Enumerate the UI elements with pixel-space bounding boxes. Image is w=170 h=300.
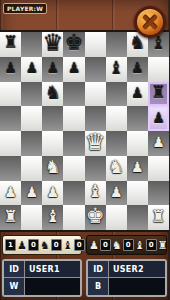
square-b2[interactable]: ♟ — [21, 181, 42, 206]
square-e8[interactable] — [85, 32, 106, 57]
square-h6[interactable]: ♜ — [148, 82, 169, 107]
square-b8[interactable] — [21, 32, 42, 57]
square-f6[interactable] — [106, 82, 127, 107]
white-pawn-b2[interactable]: ♟ — [25, 185, 38, 199]
right-tray-count-pawn: 0 — [100, 239, 111, 251]
square-g5[interactable] — [127, 106, 148, 131]
square-a1[interactable]: ♜ — [0, 205, 21, 230]
square-f5[interactable] — [106, 106, 127, 131]
chess-app-screen: PLAYER:W ♜♛♚♞♝♟♟♟♟♝♟♞♟♜♟♛♟♞♞♟♟♟♟♝♟♜♝♚♜ 1… — [0, 0, 169, 300]
black-king-d8[interactable]: ♚ — [65, 33, 84, 54]
shield-x-badge-button[interactable] — [134, 6, 166, 38]
square-c8[interactable]: ♛ — [42, 32, 63, 57]
square-a8[interactable]: ♜ — [0, 32, 21, 57]
left-tray-count-pawn: 1 — [5, 239, 16, 251]
captured-white-pieces-tray: ♟0♞0♝0♜0♛1 — [86, 235, 167, 255]
white-king-e1[interactable]: ♚ — [86, 206, 105, 227]
square-g3[interactable]: ♟ — [127, 156, 148, 181]
left-tray-count-bishop: 0 — [51, 239, 62, 251]
white-rook-icon: ♜ — [158, 240, 168, 251]
white-knight-icon: ♞ — [112, 240, 122, 251]
square-b7[interactable]: ♟ — [21, 57, 42, 82]
left-tray-count-rook: 0 — [74, 239, 85, 251]
square-e5[interactable] — [85, 106, 106, 131]
white-knight-c3[interactable]: ♞ — [45, 158, 61, 176]
right-tray-count-knight: 0 — [123, 239, 134, 251]
player2-id-label: ID — [88, 261, 109, 277]
square-g4[interactable] — [127, 131, 148, 156]
black-rook-h6[interactable]: ♜ — [151, 85, 165, 101]
white-pawn-h4[interactable]: ♟ — [152, 135, 165, 149]
player1-id-label: ID — [4, 261, 25, 277]
square-b3[interactable] — [21, 156, 42, 181]
black-pawn-a7[interactable]: ♟ — [4, 61, 17, 75]
captured-black-pieces-tray: 1♟0♞0♝0♜0♛ — [2, 235, 82, 255]
square-h4[interactable]: ♟ — [148, 131, 169, 156]
square-e6[interactable] — [85, 82, 106, 107]
white-pawn-icon: ♟ — [89, 240, 99, 251]
square-c2[interactable]: ♟ — [42, 181, 63, 206]
black-knight-icon: ♞ — [40, 240, 50, 251]
player2-name: USER2 — [109, 261, 165, 277]
white-pawn-a2[interactable]: ♟ — [4, 185, 17, 199]
white-rook-h1[interactable]: ♜ — [151, 209, 165, 225]
black-pawn-c7[interactable]: ♟ — [47, 61, 60, 75]
right-tray-count-bishop: 0 — [146, 239, 157, 251]
square-a7[interactable]: ♟ — [0, 57, 21, 82]
square-a6[interactable] — [0, 82, 21, 107]
player2-extra — [109, 278, 165, 295]
black-pawn-icon: ♟ — [17, 240, 27, 251]
black-knight-g8[interactable]: ♞ — [129, 34, 145, 52]
square-e7[interactable] — [85, 57, 106, 82]
square-d2[interactable] — [63, 181, 84, 206]
square-c4[interactable] — [42, 131, 63, 156]
white-bishop-e2[interactable]: ♝ — [87, 183, 102, 200]
square-a5[interactable] — [0, 106, 21, 131]
square-d4[interactable] — [63, 131, 84, 156]
square-f2[interactable]: ♟ — [106, 181, 127, 206]
square-f7[interactable]: ♝ — [106, 57, 127, 82]
black-knight-c6[interactable]: ♞ — [45, 84, 61, 102]
square-c3[interactable]: ♞ — [42, 156, 63, 181]
square-c6[interactable]: ♞ — [42, 82, 63, 107]
square-h1[interactable]: ♜ — [148, 205, 169, 230]
square-d6[interactable] — [63, 82, 84, 107]
black-pawn-g6[interactable]: ♟ — [131, 86, 144, 100]
square-e4[interactable]: ♛ — [85, 131, 106, 156]
square-c1[interactable]: ♝ — [42, 205, 63, 230]
square-d5[interactable] — [63, 106, 84, 131]
square-c5[interactable] — [42, 106, 63, 131]
square-d3[interactable] — [63, 156, 84, 181]
turn-indicator: PLAYER:W — [3, 3, 47, 14]
white-queen-e4[interactable]: ♛ — [85, 131, 106, 154]
black-rook-a8[interactable]: ♜ — [3, 35, 17, 51]
square-g2[interactable] — [127, 181, 148, 206]
square-d8[interactable]: ♚ — [63, 32, 84, 57]
white-bishop-c1[interactable]: ♝ — [45, 208, 60, 225]
square-e3[interactable] — [85, 156, 106, 181]
right-tray-count-rook: 0 — [169, 239, 170, 251]
square-b1[interactable] — [21, 205, 42, 230]
square-e2[interactable]: ♝ — [85, 181, 106, 206]
square-h5[interactable]: ♟ — [148, 106, 169, 131]
square-g1[interactable] — [127, 205, 148, 230]
square-a4[interactable] — [0, 131, 21, 156]
player1-color-badge: W — [4, 278, 25, 295]
player1-panel: ID USER1 W — [2, 259, 82, 297]
square-d7[interactable]: ♟ — [63, 57, 84, 82]
white-knight-f3[interactable]: ♞ — [108, 158, 124, 176]
square-g7[interactable]: ♟ — [127, 57, 148, 82]
black-pawn-h5[interactable]: ♟ — [152, 111, 165, 125]
square-b4[interactable] — [21, 131, 42, 156]
white-pawn-g3[interactable]: ♟ — [131, 160, 144, 174]
left-tray-count-knight: 0 — [28, 239, 39, 251]
chess-board: ♜♛♚♞♝♟♟♟♟♝♟♞♟♜♟♛♟♞♞♟♟♟♟♝♟♜♝♚♜ — [0, 30, 169, 232]
square-h3[interactable] — [148, 156, 169, 181]
player1-name: USER1 — [25, 261, 80, 277]
player2-color-badge: B — [88, 278, 109, 295]
square-g6[interactable]: ♟ — [127, 82, 148, 107]
square-a3[interactable] — [0, 156, 21, 181]
square-e1[interactable]: ♚ — [85, 205, 106, 230]
white-bishop-icon: ♝ — [135, 240, 145, 251]
square-h7[interactable] — [148, 57, 169, 82]
square-f4[interactable] — [106, 131, 127, 156]
square-c7[interactable]: ♟ — [42, 57, 63, 82]
square-h2[interactable] — [148, 181, 169, 206]
black-bishop-icon: ♝ — [63, 240, 73, 251]
black-bishop-f7[interactable]: ♝ — [109, 60, 124, 77]
white-pawn-f2[interactable]: ♟ — [110, 185, 123, 199]
black-pawn-d7[interactable]: ♟ — [68, 61, 81, 75]
square-f1[interactable] — [106, 205, 127, 230]
white-pawn-c2[interactable]: ♟ — [47, 185, 60, 199]
black-queen-c8[interactable]: ♛ — [43, 32, 64, 55]
square-f8[interactable] — [106, 32, 127, 57]
player1-extra — [25, 278, 80, 295]
black-pawn-b7[interactable]: ♟ — [25, 61, 38, 75]
square-d1[interactable] — [63, 205, 84, 230]
square-a2[interactable]: ♟ — [0, 181, 21, 206]
white-rook-a1[interactable]: ♜ — [3, 209, 17, 225]
square-b6[interactable] — [21, 82, 42, 107]
black-pawn-g7[interactable]: ♟ — [131, 61, 144, 75]
square-b5[interactable] — [21, 106, 42, 131]
square-f3[interactable]: ♞ — [106, 156, 127, 181]
player2-panel: ID USER2 B — [86, 259, 167, 297]
